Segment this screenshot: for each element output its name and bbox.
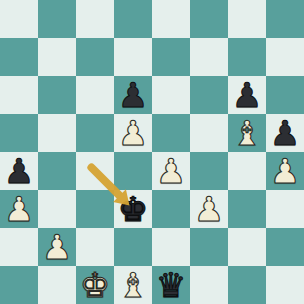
square-a5[interactable] xyxy=(0,114,38,152)
square-g4[interactable] xyxy=(228,152,266,190)
square-d5[interactable]: ♟ xyxy=(114,114,152,152)
piece-white-pawn[interactable]: ♟ xyxy=(270,152,300,190)
piece-black-pawn[interactable]: ♟ xyxy=(232,76,262,114)
square-h8[interactable] xyxy=(266,0,304,38)
square-e4[interactable]: ♟ xyxy=(152,152,190,190)
square-d3[interactable]: ♚ xyxy=(114,190,152,228)
square-g3[interactable] xyxy=(228,190,266,228)
square-d8[interactable] xyxy=(114,0,152,38)
square-f4[interactable] xyxy=(190,152,228,190)
square-h4[interactable]: ♟ xyxy=(266,152,304,190)
square-f3[interactable]: ♟ xyxy=(190,190,228,228)
piece-white-pawn[interactable]: ♟ xyxy=(156,152,186,190)
piece-black-pawn[interactable]: ♟ xyxy=(118,76,148,114)
square-f8[interactable] xyxy=(190,0,228,38)
square-h3[interactable] xyxy=(266,190,304,228)
piece-black-pawn[interactable]: ♟ xyxy=(4,152,34,190)
square-g6[interactable]: ♟ xyxy=(228,76,266,114)
piece-black-pawn[interactable]: ♟ xyxy=(270,114,300,152)
square-h5[interactable]: ♟ xyxy=(266,114,304,152)
square-b1[interactable] xyxy=(38,266,76,304)
square-c5[interactable] xyxy=(76,114,114,152)
square-b8[interactable] xyxy=(38,0,76,38)
square-c4[interactable] xyxy=(76,152,114,190)
piece-black-queen[interactable]: ♛ xyxy=(156,266,186,304)
square-a6[interactable] xyxy=(0,76,38,114)
square-f5[interactable] xyxy=(190,114,228,152)
piece-white-pawn[interactable]: ♟ xyxy=(194,190,224,228)
piece-white-bishop[interactable]: ♝ xyxy=(232,114,262,152)
square-h2[interactable] xyxy=(266,228,304,266)
square-c1[interactable]: ♚ xyxy=(76,266,114,304)
square-b5[interactable] xyxy=(38,114,76,152)
square-h7[interactable] xyxy=(266,38,304,76)
square-a7[interactable] xyxy=(0,38,38,76)
square-a4[interactable]: ♟ xyxy=(0,152,38,190)
square-d7[interactable] xyxy=(114,38,152,76)
square-g7[interactable] xyxy=(228,38,266,76)
piece-black-king[interactable]: ♚ xyxy=(118,190,148,228)
square-d4[interactable] xyxy=(114,152,152,190)
square-b3[interactable] xyxy=(38,190,76,228)
square-f7[interactable] xyxy=(190,38,228,76)
square-e1[interactable]: ♛ xyxy=(152,266,190,304)
square-c3[interactable] xyxy=(76,190,114,228)
square-h1[interactable] xyxy=(266,266,304,304)
square-e3[interactable] xyxy=(152,190,190,228)
square-a8[interactable] xyxy=(0,0,38,38)
piece-white-bishop[interactable]: ♝ xyxy=(118,266,148,304)
square-e8[interactable] xyxy=(152,0,190,38)
piece-white-king[interactable]: ♚ xyxy=(80,266,110,304)
piece-white-pawn[interactable]: ♟ xyxy=(118,114,148,152)
square-g5[interactable]: ♝ xyxy=(228,114,266,152)
square-b7[interactable] xyxy=(38,38,76,76)
square-f1[interactable] xyxy=(190,266,228,304)
square-c2[interactable] xyxy=(76,228,114,266)
square-c8[interactable] xyxy=(76,0,114,38)
square-d6[interactable]: ♟ xyxy=(114,76,152,114)
square-e2[interactable] xyxy=(152,228,190,266)
square-e7[interactable] xyxy=(152,38,190,76)
piece-white-pawn[interactable]: ♟ xyxy=(4,190,34,228)
square-a3[interactable]: ♟ xyxy=(0,190,38,228)
square-b4[interactable] xyxy=(38,152,76,190)
square-c6[interactable] xyxy=(76,76,114,114)
piece-white-pawn[interactable]: ♟ xyxy=(42,228,72,266)
square-e6[interactable] xyxy=(152,76,190,114)
square-f2[interactable] xyxy=(190,228,228,266)
square-f6[interactable] xyxy=(190,76,228,114)
square-a1[interactable] xyxy=(0,266,38,304)
square-d2[interactable] xyxy=(114,228,152,266)
square-e5[interactable] xyxy=(152,114,190,152)
square-g2[interactable] xyxy=(228,228,266,266)
square-b2[interactable]: ♟ xyxy=(38,228,76,266)
square-h6[interactable] xyxy=(266,76,304,114)
square-b6[interactable] xyxy=(38,76,76,114)
square-g8[interactable] xyxy=(228,0,266,38)
square-d1[interactable]: ♝ xyxy=(114,266,152,304)
square-g1[interactable] xyxy=(228,266,266,304)
square-a2[interactable] xyxy=(0,228,38,266)
chess-board: ♟♟♟♝♟♟♟♟♟♚♟♟♚♝♛ xyxy=(0,0,304,304)
square-c7[interactable] xyxy=(76,38,114,76)
